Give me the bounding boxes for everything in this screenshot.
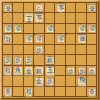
shogi-piece-8c[interactable]: 歩 — [14, 24, 23, 33]
shogi-piece-5c[interactable]: 歩 — [46, 24, 55, 33]
star-point-bottom-right — [65, 65, 67, 67]
shogi-piece-9i[interactable]: 香 — [3, 88, 12, 97]
square-3f[interactable] — [66, 55, 77, 66]
piece-glyph: 歩 — [26, 36, 32, 44]
square-9c[interactable]: 歩 — [3, 24, 14, 35]
square-7i[interactable]: 桂 — [24, 87, 35, 98]
square-4d[interactable]: 歩 — [55, 34, 66, 45]
piece-glyph: 銀 — [36, 66, 43, 74]
board-grid: 香と金香王金歩歩歩歩歩桂歩歩歩銀歩歩歩歩銀桂角金銀玉歩歩歩金歩飛香桂香 — [2, 2, 99, 99]
piece-glyph: 歩 — [36, 36, 42, 44]
square-8b[interactable] — [13, 13, 24, 24]
square-9f[interactable]: 歩 — [3, 55, 14, 66]
shogi-piece-1a[interactable]: 香 — [88, 3, 97, 12]
star-point-top-left — [33, 33, 35, 35]
piece-glyph: 金 — [36, 15, 43, 23]
shogi-piece-9c[interactable]: 歩 — [3, 24, 12, 33]
square-2c[interactable]: 歩 — [76, 24, 87, 35]
square-5h[interactable]: 歩 — [45, 76, 56, 87]
shogi-piece-3g[interactable]: 歩 — [67, 67, 76, 76]
piece-glyph: 歩 — [79, 67, 85, 75]
square-8i[interactable] — [13, 87, 24, 98]
square-7a[interactable] — [24, 3, 35, 14]
square-5c[interactable]: 歩 — [45, 24, 56, 35]
piece-glyph: 王 — [25, 14, 33, 23]
square-8e[interactable] — [13, 45, 24, 56]
shogi-piece-7i[interactable]: 桂 — [24, 87, 33, 97]
shogi-piece-7d[interactable]: 歩 — [25, 35, 34, 44]
piece-glyph: 歩 — [47, 77, 53, 85]
shogi-piece-2c[interactable]: 歩 — [77, 24, 86, 33]
piece-glyph: 歩 — [47, 26, 53, 34]
shogi-piece-5f[interactable]: 銀 — [45, 56, 55, 66]
shogi-piece-8g[interactable]: 角 — [13, 66, 23, 76]
shogi-piece-1g[interactable]: 歩 — [88, 67, 97, 76]
square-5f[interactable]: 銀 — [45, 55, 56, 66]
square-5i[interactable] — [45, 87, 56, 98]
square-2i[interactable] — [76, 87, 87, 98]
square-9d[interactable]: 桂 — [3, 34, 14, 45]
piece-glyph: 歩 — [89, 67, 95, 75]
shogi-piece-2d[interactable]: 銀 — [77, 34, 87, 44]
square-2b[interactable] — [76, 13, 87, 24]
square-1e[interactable] — [87, 45, 98, 56]
shogi-piece-6e[interactable]: 歩 — [35, 45, 44, 54]
piece-glyph: 歩 — [26, 56, 32, 64]
shogi-piece-6h[interactable]: 金 — [35, 77, 45, 87]
square-1b[interactable] — [87, 13, 98, 24]
square-6h[interactable]: 金 — [34, 76, 45, 87]
shogi-piece-7f[interactable]: 歩 — [25, 56, 34, 65]
piece-glyph: 香 — [89, 4, 95, 12]
shogi-piece-1i[interactable]: 香 — [88, 88, 97, 97]
square-7b[interactable]: 王 — [24, 13, 35, 24]
square-3b[interactable] — [66, 13, 77, 24]
piece-glyph: 金 — [36, 77, 43, 85]
square-5g[interactable]: 玉 — [45, 66, 56, 77]
shogi-piece-8f[interactable]: 歩 — [14, 56, 23, 65]
piece-glyph: 香 — [5, 4, 11, 12]
square-9a[interactable]: 香 — [3, 3, 14, 14]
square-6f[interactable] — [34, 55, 45, 66]
square-2d[interactable]: 銀 — [76, 34, 87, 45]
square-5a[interactable] — [45, 3, 56, 14]
shogi-board: 香と金香王金歩歩歩歩歩桂歩歩歩銀歩歩歩歩銀桂角金銀玉歩歩歩金歩飛香桂香 — [0, 0, 100, 100]
square-9g[interactable]: 桂 — [3, 66, 14, 77]
piece-glyph: と — [36, 3, 42, 11]
shogi-piece-6a[interactable]: と — [35, 3, 44, 12]
square-2f[interactable] — [76, 55, 87, 66]
piece-glyph: 飛 — [78, 77, 86, 86]
shogi-piece-5g[interactable]: 玉 — [45, 66, 56, 77]
square-5b[interactable] — [45, 13, 56, 24]
shogi-piece-9a[interactable]: 香 — [3, 3, 12, 12]
square-8d[interactable] — [13, 34, 24, 45]
piece-glyph: 玉 — [46, 66, 54, 75]
shogi-piece-6g[interactable]: 銀 — [35, 66, 45, 76]
square-3i[interactable] — [66, 87, 77, 98]
square-3c[interactable] — [66, 24, 77, 35]
square-6g[interactable]: 銀 — [34, 66, 45, 77]
piece-glyph: 歩 — [58, 36, 64, 44]
shogi-piece-4a[interactable]: 金 — [56, 3, 66, 13]
square-2e[interactable] — [76, 45, 87, 56]
square-1f[interactable] — [87, 55, 98, 66]
piece-glyph: 歩 — [68, 67, 74, 75]
square-7e[interactable] — [24, 45, 35, 56]
square-6d[interactable]: 歩 — [34, 34, 45, 45]
square-6e[interactable]: 歩 — [34, 45, 45, 56]
piece-glyph: 銀 — [46, 56, 53, 64]
shogi-piece-2g[interactable]: 歩 — [77, 67, 86, 76]
shogi-piece-7g[interactable]: 金 — [24, 66, 34, 76]
star-point-bottom-left — [33, 65, 35, 67]
square-7d[interactable]: 歩 — [24, 34, 35, 45]
shogi-piece-9g[interactable]: 桂 — [3, 66, 12, 76]
square-8g[interactable]: 角 — [13, 66, 24, 77]
square-1c[interactable]: 歩 — [87, 24, 98, 35]
square-2g[interactable]: 歩 — [76, 66, 87, 77]
square-4e[interactable] — [55, 45, 66, 56]
square-2a[interactable] — [76, 3, 87, 14]
square-5d[interactable] — [45, 34, 56, 45]
square-6a[interactable]: と — [34, 3, 45, 14]
piece-glyph: 香 — [5, 88, 11, 96]
shogi-piece-4d[interactable]: 歩 — [56, 35, 65, 44]
square-1g[interactable]: 歩 — [87, 66, 98, 77]
piece-glyph: 桂 — [4, 67, 11, 75]
square-1i[interactable]: 香 — [87, 87, 98, 98]
square-9b[interactable] — [3, 13, 14, 24]
star-point-top-right — [65, 33, 67, 35]
square-9h[interactable] — [3, 76, 14, 87]
square-4h[interactable] — [55, 76, 66, 87]
square-4f[interactable] — [55, 55, 66, 66]
shogi-piece-9d[interactable]: 桂 — [3, 35, 12, 45]
square-3a[interactable] — [66, 3, 77, 14]
shogi-piece-6b[interactable]: 金 — [35, 13, 45, 23]
shogi-piece-7b[interactable]: 王 — [24, 13, 35, 24]
square-3g[interactable]: 歩 — [66, 66, 77, 77]
shogi-piece-9f[interactable]: 歩 — [3, 56, 12, 65]
square-8a[interactable] — [13, 3, 24, 14]
shogi-piece-1c[interactable]: 歩 — [88, 24, 97, 33]
piece-glyph: 歩 — [15, 26, 21, 34]
piece-glyph: 香 — [89, 88, 95, 96]
piece-glyph: 桂 — [25, 88, 32, 96]
square-7g[interactable]: 金 — [24, 66, 35, 77]
square-4b[interactable] — [55, 13, 66, 24]
square-4i[interactable] — [55, 87, 66, 98]
square-4g[interactable] — [55, 66, 66, 77]
square-3h[interactable] — [66, 76, 77, 87]
piece-glyph: 歩 — [5, 56, 11, 64]
shogi-piece-5h[interactable]: 歩 — [46, 77, 55, 86]
piece-glyph: 角 — [15, 66, 23, 75]
square-8c[interactable]: 歩 — [13, 24, 24, 35]
piece-glyph: 歩 — [15, 56, 21, 64]
square-1h[interactable] — [87, 76, 98, 87]
square-6i[interactable] — [34, 87, 45, 98]
square-4a[interactable]: 金 — [55, 3, 66, 14]
square-6b[interactable]: 金 — [34, 13, 45, 24]
square-6c[interactable] — [34, 24, 45, 35]
square-9i[interactable]: 香 — [3, 87, 14, 98]
square-1d[interactable] — [87, 34, 98, 45]
piece-glyph: 桂 — [4, 36, 11, 44]
piece-glyph: 歩 — [79, 26, 85, 34]
square-8f[interactable]: 歩 — [13, 55, 24, 66]
piece-glyph: 金 — [57, 4, 64, 12]
piece-glyph: 歩 — [5, 26, 11, 34]
square-8h[interactable] — [13, 76, 24, 87]
square-2h[interactable]: 飛 — [76, 76, 87, 87]
square-1a[interactable]: 香 — [87, 3, 98, 14]
piece-glyph: 金 — [25, 66, 32, 74]
square-5e[interactable] — [45, 45, 56, 56]
square-7h[interactable] — [24, 76, 35, 87]
square-3e[interactable] — [66, 45, 77, 56]
square-3d[interactable] — [66, 34, 77, 45]
piece-glyph: 歩 — [36, 46, 42, 54]
piece-glyph: 銀 — [78, 36, 85, 44]
piece-glyph: 歩 — [89, 26, 95, 34]
square-9e[interactable] — [3, 45, 14, 56]
shogi-piece-6d[interactable]: 歩 — [35, 35, 44, 44]
shogi-piece-2h[interactable]: 飛 — [77, 77, 87, 87]
